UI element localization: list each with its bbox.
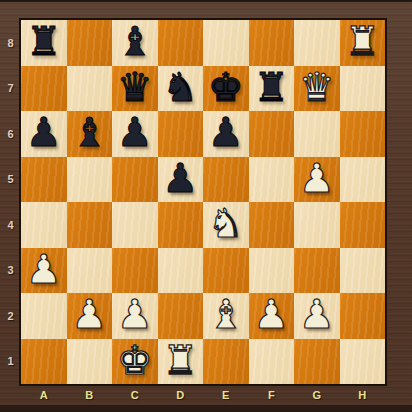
white-pawn-b2[interactable]: ♟ [71, 294, 107, 334]
square-d3[interactable] [158, 248, 204, 294]
white-pawn-c2[interactable]: ♟ [117, 294, 153, 334]
square-a6[interactable]: ♟ [21, 111, 67, 157]
file-labels: ABCDEFGH [21, 386, 385, 404]
file-label-c: C [112, 386, 158, 404]
square-b4[interactable] [67, 202, 113, 248]
square-c8[interactable]: ♝ [112, 20, 158, 66]
white-rook-d1[interactable]: ♜ [162, 340, 198, 380]
square-e8[interactable] [203, 20, 249, 66]
square-h7[interactable] [340, 66, 386, 112]
square-a1[interactable] [21, 339, 67, 385]
rank-label-4: 4 [0, 202, 21, 248]
rank-label-7: 7 [0, 66, 21, 112]
square-h2[interactable] [340, 293, 386, 339]
square-f6[interactable] [249, 111, 295, 157]
square-h3[interactable] [340, 248, 386, 294]
square-e4[interactable]: ♞ [203, 202, 249, 248]
square-g6[interactable] [294, 111, 340, 157]
square-c3[interactable] [112, 248, 158, 294]
black-pawn-d5[interactable]: ♟ [162, 158, 198, 198]
file-label-h: H [340, 386, 386, 404]
square-a7[interactable] [21, 66, 67, 112]
rank-label-2: 2 [0, 293, 21, 339]
white-king-c1[interactable]: ♚ [117, 340, 153, 380]
square-e2[interactable]: ♝ [203, 293, 249, 339]
white-pawn-f2[interactable]: ♟ [253, 294, 289, 334]
file-label-f: F [249, 386, 295, 404]
square-b8[interactable] [67, 20, 113, 66]
square-d6[interactable] [158, 111, 204, 157]
square-e1[interactable] [203, 339, 249, 385]
square-d4[interactable] [158, 202, 204, 248]
white-knight-e4[interactable]: ♞ [208, 203, 244, 243]
rank-label-5: 5 [0, 157, 21, 203]
white-bishop-e2[interactable]: ♝ [208, 294, 244, 334]
black-pawn-a6[interactable]: ♟ [26, 112, 62, 152]
square-e7[interactable]: ♚ [203, 66, 249, 112]
rank-label-1: 1 [0, 339, 21, 385]
square-g2[interactable]: ♟ [294, 293, 340, 339]
square-a8[interactable]: ♜ [21, 20, 67, 66]
black-queen-c7[interactable]: ♛ [117, 67, 153, 107]
square-e5[interactable] [203, 157, 249, 203]
square-d1[interactable]: ♜ [158, 339, 204, 385]
square-b1[interactable] [67, 339, 113, 385]
white-pawn-g5[interactable]: ♟ [299, 158, 335, 198]
black-king-e7[interactable]: ♚ [208, 67, 244, 107]
square-a3[interactable]: ♟ [21, 248, 67, 294]
square-a2[interactable] [21, 293, 67, 339]
rank-label-6: 6 [0, 111, 21, 157]
square-g4[interactable] [294, 202, 340, 248]
square-g8[interactable] [294, 20, 340, 66]
square-f3[interactable] [249, 248, 295, 294]
square-f1[interactable] [249, 339, 295, 385]
square-g3[interactable] [294, 248, 340, 294]
square-f4[interactable] [249, 202, 295, 248]
square-c5[interactable] [112, 157, 158, 203]
black-bishop-b6[interactable]: ♝ [71, 112, 107, 152]
square-e3[interactable] [203, 248, 249, 294]
square-b7[interactable] [67, 66, 113, 112]
square-h6[interactable] [340, 111, 386, 157]
white-queen-g7[interactable]: ♛ [299, 67, 335, 107]
rank-labels: 87654321 [0, 20, 21, 384]
black-rook-f7[interactable]: ♜ [253, 67, 289, 107]
file-label-d: D [158, 386, 204, 404]
square-d8[interactable] [158, 20, 204, 66]
file-label-b: B [67, 386, 113, 404]
file-label-g: G [294, 386, 340, 404]
rank-label-8: 8 [0, 20, 21, 66]
square-c1[interactable]: ♚ [112, 339, 158, 385]
black-knight-d7[interactable]: ♞ [162, 67, 198, 107]
square-a4[interactable] [21, 202, 67, 248]
square-c7[interactable]: ♛ [112, 66, 158, 112]
square-d7[interactable]: ♞ [158, 66, 204, 112]
square-c2[interactable]: ♟ [112, 293, 158, 339]
square-b5[interactable] [67, 157, 113, 203]
square-g5[interactable]: ♟ [294, 157, 340, 203]
square-d5[interactable]: ♟ [158, 157, 204, 203]
rank-label-3: 3 [0, 248, 21, 294]
black-bishop-c8[interactable]: ♝ [117, 21, 153, 61]
chess-board[interactable]: ♜♝♜♛♞♚♜♛♟♝♟♟♟♟♞♟♟♟♝♟♟♚♜ [19, 18, 387, 386]
square-b3[interactable] [67, 248, 113, 294]
square-b6[interactable]: ♝ [67, 111, 113, 157]
black-pawn-c6[interactable]: ♟ [117, 112, 153, 152]
square-h1[interactable] [340, 339, 386, 385]
black-pawn-e6[interactable]: ♟ [208, 112, 244, 152]
square-g7[interactable]: ♛ [294, 66, 340, 112]
white-pawn-a3[interactable]: ♟ [26, 249, 62, 289]
square-g1[interactable] [294, 339, 340, 385]
square-c6[interactable]: ♟ [112, 111, 158, 157]
white-rook-h8[interactable]: ♜ [344, 21, 380, 61]
file-label-e: E [203, 386, 249, 404]
square-f7[interactable]: ♜ [249, 66, 295, 112]
file-label-a: A [21, 386, 67, 404]
square-e6[interactable]: ♟ [203, 111, 249, 157]
square-d2[interactable] [158, 293, 204, 339]
square-h8[interactable]: ♜ [340, 20, 386, 66]
square-h5[interactable] [340, 157, 386, 203]
square-f8[interactable] [249, 20, 295, 66]
square-b2[interactable]: ♟ [67, 293, 113, 339]
square-a5[interactable] [21, 157, 67, 203]
chessboard-frame: 87654321 ♜♝♜♛♞♚♜♛♟♝♟♟♟♟♞♟♟♟♝♟♟♚♜ ABCDEFG… [0, 0, 412, 412]
black-rook-a8[interactable]: ♜ [26, 21, 62, 61]
square-f2[interactable]: ♟ [249, 293, 295, 339]
square-c4[interactable] [112, 202, 158, 248]
square-h4[interactable] [340, 202, 386, 248]
square-f5[interactable] [249, 157, 295, 203]
white-pawn-g2[interactable]: ♟ [299, 294, 335, 334]
